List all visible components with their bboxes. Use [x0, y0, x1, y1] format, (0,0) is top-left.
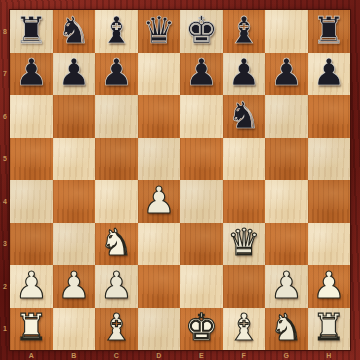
square-d1[interactable] — [138, 308, 181, 351]
piece-white-pawn[interactable]: ♟︎ — [57, 267, 90, 304]
file-label-d: D — [138, 350, 181, 360]
piece-white-pawn[interactable]: ♟︎ — [270, 267, 303, 304]
square-d8[interactable]: ♛︎ — [138, 10, 181, 53]
square-e7[interactable]: ♟︎ — [180, 53, 223, 96]
rank-label-7: 7 — [0, 53, 10, 96]
square-h8[interactable]: ♜︎ — [308, 10, 351, 53]
square-d2[interactable] — [138, 265, 181, 308]
square-c5[interactable] — [95, 138, 138, 181]
square-f3[interactable]: ♛︎ — [223, 223, 266, 266]
square-g7[interactable]: ♟︎ — [265, 53, 308, 96]
square-h4[interactable] — [308, 180, 351, 223]
piece-white-king[interactable]: ♚︎ — [185, 309, 218, 346]
piece-black-knight[interactable]: ♞︎ — [57, 12, 90, 49]
piece-white-rook[interactable]: ♜︎ — [15, 309, 48, 346]
piece-black-pawn[interactable]: ♟︎ — [227, 54, 260, 91]
piece-black-pawn[interactable]: ♟︎ — [57, 54, 90, 91]
piece-white-bishop[interactable]: ♝︎ — [227, 309, 260, 346]
square-h3[interactable] — [308, 223, 351, 266]
piece-black-knight[interactable]: ♞︎ — [227, 97, 260, 134]
file-label-a: A — [10, 350, 53, 360]
piece-white-pawn[interactable]: ♟︎ — [100, 267, 133, 304]
piece-white-rook[interactable]: ♜︎ — [312, 309, 345, 346]
piece-black-rook[interactable]: ♜︎ — [15, 12, 48, 49]
rank-label-6: 6 — [0, 95, 10, 138]
square-e8[interactable]: ♚︎ — [180, 10, 223, 53]
square-d4[interactable]: ♟︎ — [138, 180, 181, 223]
piece-black-pawn[interactable]: ♟︎ — [15, 54, 48, 91]
square-e4[interactable] — [180, 180, 223, 223]
square-e6[interactable] — [180, 95, 223, 138]
square-a6[interactable] — [10, 95, 53, 138]
square-a1[interactable]: ♜︎ — [10, 308, 53, 351]
piece-black-pawn[interactable]: ♟︎ — [100, 54, 133, 91]
square-b5[interactable] — [53, 138, 96, 181]
square-e5[interactable] — [180, 138, 223, 181]
square-d6[interactable] — [138, 95, 181, 138]
square-h5[interactable] — [308, 138, 351, 181]
file-label-f: F — [223, 350, 266, 360]
square-f8[interactable]: ♝︎ — [223, 10, 266, 53]
square-f7[interactable]: ♟︎ — [223, 53, 266, 96]
square-b6[interactable] — [53, 95, 96, 138]
square-b7[interactable]: ♟︎ — [53, 53, 96, 96]
rank-label-2: 2 — [0, 265, 10, 308]
square-e2[interactable] — [180, 265, 223, 308]
piece-black-pawn[interactable]: ♟︎ — [185, 54, 218, 91]
square-e3[interactable] — [180, 223, 223, 266]
piece-black-bishop[interactable]: ♝︎ — [227, 12, 260, 49]
square-c1[interactable]: ♝︎ — [95, 308, 138, 351]
square-b4[interactable] — [53, 180, 96, 223]
square-a5[interactable] — [10, 138, 53, 181]
square-g5[interactable] — [265, 138, 308, 181]
square-b8[interactable]: ♞︎ — [53, 10, 96, 53]
file-label-h: H — [308, 350, 351, 360]
square-f1[interactable]: ♝︎ — [223, 308, 266, 351]
square-d3[interactable] — [138, 223, 181, 266]
square-b2[interactable]: ♟︎ — [53, 265, 96, 308]
square-d5[interactable] — [138, 138, 181, 181]
square-g2[interactable]: ♟︎ — [265, 265, 308, 308]
square-a8[interactable]: ♜︎ — [10, 10, 53, 53]
piece-white-knight[interactable]: ♞︎ — [270, 309, 303, 346]
rank-labels: 87654321 — [0, 10, 10, 350]
square-g3[interactable] — [265, 223, 308, 266]
square-g1[interactable]: ♞︎ — [265, 308, 308, 351]
square-h2[interactable]: ♟︎ — [308, 265, 351, 308]
square-b1[interactable] — [53, 308, 96, 351]
piece-white-pawn[interactable]: ♟︎ — [142, 182, 175, 219]
square-a4[interactable] — [10, 180, 53, 223]
piece-black-rook[interactable]: ♜︎ — [312, 12, 345, 49]
piece-black-pawn[interactable]: ♟︎ — [270, 54, 303, 91]
square-g8[interactable] — [265, 10, 308, 53]
chessboard-frame: 87654321 ABCDEFGH ♜︎♞︎♝︎♛︎♚︎♝︎♜︎♟︎♟︎♟︎♟︎… — [0, 0, 360, 360]
piece-black-pawn[interactable]: ♟︎ — [312, 54, 345, 91]
piece-white-queen[interactable]: ♛︎ — [227, 224, 260, 261]
piece-black-king[interactable]: ♚︎ — [185, 12, 218, 49]
piece-white-pawn[interactable]: ♟︎ — [15, 267, 48, 304]
chessboard: ♜︎♞︎♝︎♛︎♚︎♝︎♜︎♟︎♟︎♟︎♟︎♟︎♟︎♟︎♞︎♟︎♞︎♛︎♟︎♟︎… — [10, 10, 350, 350]
square-a3[interactable] — [10, 223, 53, 266]
rank-label-3: 3 — [0, 223, 10, 266]
piece-black-queen[interactable]: ♛︎ — [142, 12, 175, 49]
square-c2[interactable]: ♟︎ — [95, 265, 138, 308]
square-a2[interactable]: ♟︎ — [10, 265, 53, 308]
square-h6[interactable] — [308, 95, 351, 138]
square-f4[interactable] — [223, 180, 266, 223]
piece-black-bishop[interactable]: ♝︎ — [100, 12, 133, 49]
piece-white-bishop[interactable]: ♝︎ — [100, 309, 133, 346]
square-h1[interactable]: ♜︎ — [308, 308, 351, 351]
square-d7[interactable] — [138, 53, 181, 96]
rank-label-8: 8 — [0, 10, 10, 53]
square-g4[interactable] — [265, 180, 308, 223]
file-label-e: E — [180, 350, 223, 360]
square-c3[interactable]: ♞︎ — [95, 223, 138, 266]
square-a7[interactable]: ♟︎ — [10, 53, 53, 96]
square-c4[interactable] — [95, 180, 138, 223]
square-b3[interactable] — [53, 223, 96, 266]
square-g6[interactable] — [265, 95, 308, 138]
piece-white-knight[interactable]: ♞︎ — [100, 224, 133, 261]
square-h7[interactable]: ♟︎ — [308, 53, 351, 96]
square-c6[interactable] — [95, 95, 138, 138]
square-c8[interactable]: ♝︎ — [95, 10, 138, 53]
file-label-c: C — [95, 350, 138, 360]
file-label-b: B — [53, 350, 96, 360]
rank-label-4: 4 — [0, 180, 10, 223]
square-f5[interactable] — [223, 138, 266, 181]
square-c7[interactable]: ♟︎ — [95, 53, 138, 96]
square-e1[interactable]: ♚︎ — [180, 308, 223, 351]
rank-label-1: 1 — [0, 308, 10, 351]
square-f2[interactable] — [223, 265, 266, 308]
rank-label-5: 5 — [0, 138, 10, 181]
file-labels: ABCDEFGH — [10, 350, 350, 360]
square-f6[interactable]: ♞︎ — [223, 95, 266, 138]
piece-white-pawn[interactable]: ♟︎ — [312, 267, 345, 304]
file-label-g: G — [265, 350, 308, 360]
